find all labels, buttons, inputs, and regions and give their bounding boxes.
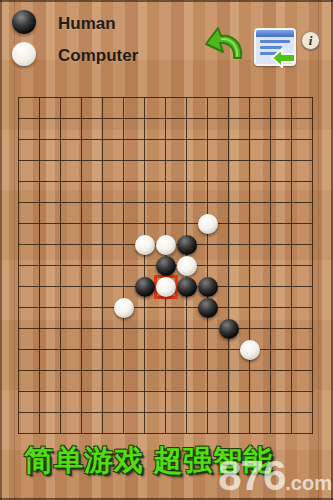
board-cell[interactable] <box>197 213 218 234</box>
board-cell[interactable] <box>176 255 197 276</box>
board-cell[interactable] <box>155 150 176 171</box>
board-cell[interactable] <box>302 150 323 171</box>
board-cell[interactable] <box>302 171 323 192</box>
board-cell[interactable] <box>302 297 323 318</box>
board-cell[interactable] <box>71 360 92 381</box>
board-cell[interactable] <box>281 402 302 423</box>
board-cell[interactable] <box>176 318 197 339</box>
board-cell[interactable] <box>71 276 92 297</box>
board-cell[interactable] <box>218 129 239 150</box>
gomoku-board <box>8 87 323 444</box>
board-cell[interactable] <box>155 234 176 255</box>
computer-stone-icon <box>12 42 36 66</box>
board-cell[interactable] <box>71 318 92 339</box>
board-cell[interactable] <box>155 129 176 150</box>
board-cell[interactable] <box>302 360 323 381</box>
board-cell[interactable] <box>71 171 92 192</box>
board-cell[interactable] <box>71 129 92 150</box>
board-cell[interactable] <box>29 129 50 150</box>
board-cell[interactable] <box>71 192 92 213</box>
human-stone-icon <box>12 10 36 34</box>
board-cell[interactable] <box>29 381 50 402</box>
board-cell[interactable] <box>134 318 155 339</box>
board-cell[interactable] <box>50 234 71 255</box>
board-cell[interactable] <box>92 381 113 402</box>
board-cell[interactable] <box>281 255 302 276</box>
board-cell[interactable] <box>155 171 176 192</box>
board-cell[interactable] <box>218 150 239 171</box>
board-cell[interactable] <box>29 234 50 255</box>
board-cell[interactable] <box>197 339 218 360</box>
board-cell[interactable] <box>218 255 239 276</box>
board-cell[interactable] <box>218 192 239 213</box>
board-cell[interactable] <box>71 255 92 276</box>
board-cell[interactable] <box>260 213 281 234</box>
board-cell[interactable] <box>29 108 50 129</box>
board-cell[interactable] <box>50 150 71 171</box>
board-cell[interactable] <box>176 339 197 360</box>
board-cell[interactable] <box>239 297 260 318</box>
board-cell[interactable] <box>260 234 281 255</box>
board-cell[interactable] <box>197 129 218 150</box>
board-cell[interactable] <box>113 129 134 150</box>
board-cell[interactable] <box>197 360 218 381</box>
board-cell[interactable] <box>281 297 302 318</box>
board-cell[interactable] <box>8 402 29 423</box>
board-cell[interactable] <box>29 339 50 360</box>
board-cell[interactable] <box>134 402 155 423</box>
board-cell[interactable] <box>155 318 176 339</box>
board-cell[interactable] <box>50 360 71 381</box>
board-cell[interactable] <box>29 213 50 234</box>
board-cell[interactable] <box>155 402 176 423</box>
board-cell[interactable] <box>302 108 323 129</box>
board-cell[interactable] <box>50 108 71 129</box>
board-cell[interactable] <box>239 276 260 297</box>
board-cell[interactable] <box>29 276 50 297</box>
board-cell[interactable] <box>281 234 302 255</box>
board-cell[interactable] <box>92 150 113 171</box>
board-cell[interactable] <box>92 171 113 192</box>
board-cell[interactable] <box>302 129 323 150</box>
board-cell[interactable] <box>92 276 113 297</box>
board-cell[interactable] <box>29 318 50 339</box>
board-cell[interactable] <box>260 129 281 150</box>
board-cell[interactable] <box>281 87 302 108</box>
board-cell[interactable] <box>8 339 29 360</box>
board-cell[interactable] <box>218 297 239 318</box>
board-cell[interactable] <box>260 339 281 360</box>
board-cell[interactable] <box>134 339 155 360</box>
watermark-main: 876 <box>218 452 285 499</box>
board-cell[interactable] <box>29 150 50 171</box>
board-cell[interactable] <box>134 381 155 402</box>
board-cell[interactable] <box>8 255 29 276</box>
board-cell[interactable] <box>260 108 281 129</box>
board-cell[interactable] <box>92 339 113 360</box>
board-cell[interactable] <box>260 255 281 276</box>
board-cell[interactable] <box>134 192 155 213</box>
board-cell[interactable] <box>155 276 176 297</box>
board-cell[interactable] <box>218 171 239 192</box>
board-cell[interactable] <box>239 234 260 255</box>
board-cell[interactable] <box>155 192 176 213</box>
board-cell[interactable] <box>8 234 29 255</box>
computer-label: Computer <box>58 46 138 66</box>
board-cell[interactable] <box>281 108 302 129</box>
board-cell[interactable] <box>197 402 218 423</box>
board-cell[interactable] <box>176 171 197 192</box>
board-cell[interactable] <box>239 129 260 150</box>
board-cell[interactable] <box>113 192 134 213</box>
board-cell[interactable] <box>239 213 260 234</box>
board-cell[interactable] <box>134 360 155 381</box>
window-line <box>260 40 290 43</box>
human-label: Human <box>58 14 116 34</box>
board-cell[interactable] <box>176 213 197 234</box>
board-cell[interactable] <box>155 297 176 318</box>
board-cell[interactable] <box>239 87 260 108</box>
board-cell[interactable] <box>113 360 134 381</box>
board-cell[interactable] <box>281 213 302 234</box>
board-cell[interactable] <box>302 276 323 297</box>
board-cell[interactable] <box>218 360 239 381</box>
board-cell[interactable] <box>176 381 197 402</box>
board-cell[interactable] <box>281 360 302 381</box>
board-cell[interactable] <box>8 360 29 381</box>
undo-button[interactable] <box>203 22 247 66</box>
board-cell[interactable] <box>92 108 113 129</box>
board-cell[interactable] <box>176 297 197 318</box>
board-cell[interactable] <box>302 381 323 402</box>
board-cell[interactable] <box>29 192 50 213</box>
board-cell[interactable] <box>92 213 113 234</box>
green-back-arrow-icon <box>270 48 296 68</box>
board-cell[interactable] <box>239 318 260 339</box>
board-cell[interactable] <box>29 255 50 276</box>
board-cell[interactable] <box>134 150 155 171</box>
board-cell[interactable] <box>197 276 218 297</box>
board-cell[interactable] <box>29 297 50 318</box>
board-cell[interactable] <box>50 381 71 402</box>
board-cell[interactable] <box>134 213 155 234</box>
board-cell[interactable] <box>50 87 71 108</box>
board-cell[interactable] <box>29 360 50 381</box>
board-cell[interactable] <box>281 381 302 402</box>
board-cell[interactable] <box>239 255 260 276</box>
board-cell[interactable] <box>176 129 197 150</box>
board-cell[interactable] <box>218 234 239 255</box>
board-cell[interactable] <box>197 381 218 402</box>
board-cell[interactable] <box>92 234 113 255</box>
board-cell[interactable] <box>260 297 281 318</box>
board-cell[interactable] <box>176 108 197 129</box>
board-cell[interactable] <box>8 87 29 108</box>
board-cell[interactable] <box>176 402 197 423</box>
board-cell[interactable] <box>8 318 29 339</box>
board-cell[interactable] <box>50 276 71 297</box>
board-cell[interactable] <box>155 255 176 276</box>
board-cell[interactable] <box>8 108 29 129</box>
board-cell[interactable] <box>92 402 113 423</box>
board-cell[interactable] <box>113 108 134 129</box>
board-cell[interactable] <box>134 129 155 150</box>
board-cell[interactable] <box>134 108 155 129</box>
board-cell[interactable] <box>239 171 260 192</box>
board-cell[interactable] <box>92 192 113 213</box>
board-cell[interactable] <box>302 192 323 213</box>
board-cell[interactable] <box>155 360 176 381</box>
board-cell[interactable] <box>302 234 323 255</box>
board-cell[interactable] <box>218 381 239 402</box>
board-cell[interactable] <box>92 318 113 339</box>
board-cell[interactable] <box>176 276 197 297</box>
board-cell[interactable] <box>134 87 155 108</box>
board-cell[interactable] <box>260 360 281 381</box>
board-cell[interactable] <box>197 171 218 192</box>
board-cell[interactable] <box>92 360 113 381</box>
board-cell[interactable] <box>8 171 29 192</box>
board-cell[interactable] <box>8 150 29 171</box>
watermark-suffix: .com <box>285 472 332 494</box>
board-cell[interactable] <box>239 108 260 129</box>
board-cell[interactable] <box>113 234 134 255</box>
board-cell[interactable] <box>8 297 29 318</box>
board-cell[interactable] <box>176 87 197 108</box>
board-cell[interactable] <box>50 192 71 213</box>
board-cell[interactable] <box>176 192 197 213</box>
board-cell[interactable] <box>302 339 323 360</box>
board-cell[interactable] <box>134 297 155 318</box>
board-cell[interactable] <box>29 402 50 423</box>
board-cell[interactable] <box>8 213 29 234</box>
board-cell[interactable] <box>260 381 281 402</box>
board-cell[interactable] <box>71 150 92 171</box>
board-cell[interactable] <box>239 339 260 360</box>
board-cell[interactable] <box>50 402 71 423</box>
board-cell[interactable] <box>302 318 323 339</box>
board-cell[interactable] <box>71 87 92 108</box>
board-cell[interactable] <box>302 87 323 108</box>
board-cell[interactable] <box>50 255 71 276</box>
board-cell[interactable] <box>8 129 29 150</box>
board-cell[interactable] <box>134 255 155 276</box>
board-cell[interactable] <box>281 318 302 339</box>
board-cell[interactable] <box>134 276 155 297</box>
board-cell[interactable] <box>281 150 302 171</box>
board-cell[interactable] <box>260 171 281 192</box>
board-cell[interactable] <box>71 381 92 402</box>
board-cell[interactable] <box>302 402 323 423</box>
board-cell[interactable] <box>281 276 302 297</box>
board-cell[interactable] <box>50 339 71 360</box>
info-button[interactable]: i <box>301 31 320 50</box>
board-cell[interactable] <box>113 171 134 192</box>
board-cell[interactable] <box>134 234 155 255</box>
board-cell[interactable] <box>113 297 134 318</box>
board-cell[interactable] <box>71 402 92 423</box>
board-cell[interactable] <box>218 339 239 360</box>
board-cell[interactable] <box>197 108 218 129</box>
board-cell[interactable] <box>197 297 218 318</box>
board-cell[interactable] <box>281 339 302 360</box>
board-cell[interactable] <box>71 297 92 318</box>
board-cell[interactable] <box>92 87 113 108</box>
board-cell[interactable] <box>176 150 197 171</box>
board-cell[interactable] <box>218 318 239 339</box>
board-cell[interactable] <box>260 402 281 423</box>
board-cell[interactable] <box>50 171 71 192</box>
board-cell[interactable] <box>29 87 50 108</box>
board-cell[interactable] <box>176 234 197 255</box>
board-cell[interactable] <box>8 192 29 213</box>
board-cell[interactable] <box>260 150 281 171</box>
board-cell[interactable] <box>155 87 176 108</box>
board-cell[interactable] <box>239 402 260 423</box>
board-cell[interactable] <box>155 339 176 360</box>
board-cell[interactable] <box>71 213 92 234</box>
board-cell[interactable] <box>239 150 260 171</box>
board-cell[interactable] <box>113 381 134 402</box>
move-list-button[interactable] <box>254 28 298 72</box>
board-cell[interactable] <box>113 339 134 360</box>
board-cell[interactable] <box>8 381 29 402</box>
board-cell[interactable] <box>218 108 239 129</box>
board-cell[interactable] <box>260 192 281 213</box>
board-cell[interactable] <box>260 318 281 339</box>
board-cell[interactable] <box>92 129 113 150</box>
board-cell[interactable] <box>155 381 176 402</box>
board-cell[interactable] <box>113 87 134 108</box>
board-cell[interactable] <box>71 234 92 255</box>
watermark: 876.com <box>218 452 332 500</box>
board-cell[interactable] <box>71 108 92 129</box>
board-cell[interactable] <box>218 276 239 297</box>
board-cell[interactable] <box>134 171 155 192</box>
board-cell[interactable] <box>50 318 71 339</box>
board-cell[interactable] <box>281 171 302 192</box>
board-cell[interactable] <box>92 297 113 318</box>
board-cell[interactable] <box>71 339 92 360</box>
board-cell[interactable] <box>176 360 197 381</box>
board-cell[interactable] <box>197 234 218 255</box>
board-cell[interactable] <box>260 87 281 108</box>
board-cell[interactable] <box>92 255 113 276</box>
board-cell[interactable] <box>218 87 239 108</box>
board-cell[interactable] <box>197 255 218 276</box>
board-cell[interactable] <box>239 360 260 381</box>
board-cell[interactable] <box>113 213 134 234</box>
board-cell[interactable] <box>218 402 239 423</box>
board-cell[interactable] <box>113 402 134 423</box>
undo-arrow-icon <box>203 22 247 66</box>
board-cell[interactable] <box>113 276 134 297</box>
board-cell[interactable] <box>302 255 323 276</box>
board-cell[interactable] <box>197 150 218 171</box>
board-cell[interactable] <box>218 213 239 234</box>
board-cell[interactable] <box>239 192 260 213</box>
board-cell[interactable] <box>113 318 134 339</box>
board-cell[interactable] <box>8 276 29 297</box>
board-cell[interactable] <box>260 276 281 297</box>
board-cell[interactable] <box>281 192 302 213</box>
info-icon: i <box>309 33 313 48</box>
board-cell[interactable] <box>197 192 218 213</box>
window-titlebar <box>256 30 294 37</box>
board-cell[interactable] <box>50 297 71 318</box>
board-cell[interactable] <box>281 129 302 150</box>
board-cell[interactable] <box>155 213 176 234</box>
board-cell[interactable] <box>197 318 218 339</box>
board-cell[interactable] <box>113 150 134 171</box>
board-cell[interactable] <box>113 255 134 276</box>
board-cell[interactable] <box>155 108 176 129</box>
board-cell[interactable] <box>197 87 218 108</box>
board-cell[interactable] <box>29 171 50 192</box>
board-cell[interactable] <box>239 381 260 402</box>
board-cell[interactable] <box>50 213 71 234</box>
board-cell[interactable] <box>50 129 71 150</box>
board-cell[interactable] <box>302 213 323 234</box>
